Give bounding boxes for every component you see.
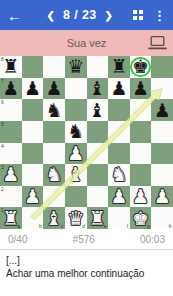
square-b5[interactable] bbox=[22, 121, 44, 143]
square-h4[interactable] bbox=[151, 143, 173, 165]
square-b7[interactable]: ♟ bbox=[22, 78, 44, 100]
square-c1[interactable]: c♝ bbox=[43, 207, 65, 229]
square-g6[interactable] bbox=[130, 99, 152, 121]
square-h2[interactable]: ♟ bbox=[151, 186, 173, 208]
square-g7[interactable]: ♟ bbox=[130, 78, 152, 100]
app-window: ← ❮ 8 / 23 ❯ ⋮ Sua vez 8♜♛♜♚7♟♟♟♝♟♟6♞♝♟5… bbox=[0, 0, 173, 296]
square-h6[interactable]: ♟ bbox=[151, 99, 173, 121]
piece-white-pawn[interactable]: ♟ bbox=[22, 186, 44, 208]
square-g3[interactable] bbox=[130, 164, 152, 186]
piece-black-rook[interactable]: ♜ bbox=[108, 56, 130, 78]
timer: 00:03 bbox=[140, 234, 165, 245]
square-b2[interactable]: ♟ bbox=[22, 186, 44, 208]
square-g1[interactable]: g♚ bbox=[130, 207, 152, 229]
piece-white-rook[interactable]: ♜ bbox=[0, 207, 22, 229]
piece-black-bishop[interactable]: ♝ bbox=[87, 99, 109, 121]
coord-rank-2: 2 bbox=[1, 186, 4, 192]
piece-white-pawn[interactable]: ♟ bbox=[108, 186, 130, 208]
square-f8[interactable]: ♜ bbox=[108, 56, 130, 78]
overflow-menu-icon[interactable]: ⋮ bbox=[153, 9, 166, 22]
coord-rank-5: 5 bbox=[1, 121, 4, 127]
square-f3[interactable]: ♞ bbox=[108, 164, 130, 186]
square-f1[interactable]: f bbox=[108, 207, 130, 229]
square-d2[interactable] bbox=[65, 186, 87, 208]
piece-white-bishop[interactable]: ♝ bbox=[65, 164, 87, 186]
turn-banner: Sua vez bbox=[0, 30, 173, 56]
piece-white-knight[interactable]: ♞ bbox=[108, 164, 130, 186]
piece-black-pawn[interactable]: ♟ bbox=[43, 78, 65, 100]
piece-white-queen[interactable]: ♛ bbox=[65, 207, 87, 229]
coord-rank-6: 6 bbox=[1, 99, 4, 105]
square-c7[interactable]: ♟ bbox=[43, 78, 65, 100]
back-button[interactable]: ← bbox=[7, 7, 27, 24]
piece-black-queen[interactable]: ♛ bbox=[65, 56, 87, 78]
coord-rank-4: 4 bbox=[1, 143, 4, 149]
piece-black-knight[interactable]: ♞ bbox=[65, 121, 87, 143]
square-e3[interactable] bbox=[87, 164, 109, 186]
square-d8[interactable]: ♛ bbox=[65, 56, 87, 78]
next-puzzle-button[interactable]: ❯ bbox=[105, 10, 113, 21]
piece-white-knight[interactable]: ♞ bbox=[43, 164, 65, 186]
puzzle-number: #576 bbox=[73, 234, 95, 245]
square-c3[interactable]: ♞ bbox=[43, 164, 65, 186]
square-f6[interactable] bbox=[108, 99, 130, 121]
coord-file-f: f bbox=[127, 223, 128, 229]
square-d5[interactable]: ♞ bbox=[65, 121, 87, 143]
square-a6[interactable]: 6 bbox=[0, 99, 22, 121]
square-c4[interactable] bbox=[43, 143, 65, 165]
prev-puzzle-button[interactable]: ❮ bbox=[47, 10, 55, 21]
square-d4[interactable]: ♟ bbox=[65, 143, 87, 165]
square-e2[interactable] bbox=[87, 186, 109, 208]
piece-white-rook[interactable]: ♜ bbox=[87, 207, 109, 229]
square-d6[interactable] bbox=[65, 99, 87, 121]
turn-text: Sua vez bbox=[67, 37, 107, 49]
piece-white-pawn[interactable]: ♟ bbox=[65, 143, 87, 165]
app-header: ← ❮ 8 / 23 ❯ ⋮ bbox=[0, 0, 173, 30]
square-f2[interactable]: ♟ bbox=[108, 186, 130, 208]
square-g8[interactable]: ♚ bbox=[130, 56, 152, 78]
square-f5[interactable] bbox=[108, 121, 130, 143]
piece-black-rook[interactable]: ♜ bbox=[0, 56, 22, 78]
square-a7[interactable]: 7♟ bbox=[0, 78, 22, 100]
square-h8[interactable] bbox=[151, 56, 173, 78]
piece-white-pawn[interactable]: ♟ bbox=[0, 164, 22, 186]
coord-file-h: h bbox=[169, 223, 172, 229]
square-f7[interactable]: ♟ bbox=[108, 78, 130, 100]
square-e1[interactable]: e♜ bbox=[87, 207, 109, 229]
square-h5[interactable] bbox=[151, 121, 173, 143]
square-b8[interactable] bbox=[22, 56, 44, 78]
square-b1[interactable]: b bbox=[22, 207, 44, 229]
piece-black-pawn[interactable]: ♟ bbox=[130, 78, 152, 100]
piece-black-pawn[interactable]: ♟ bbox=[108, 78, 130, 100]
square-d7[interactable] bbox=[65, 78, 87, 100]
square-g4[interactable] bbox=[130, 143, 152, 165]
square-e7[interactable]: ♝ bbox=[87, 78, 109, 100]
chess-board[interactable]: 8♜♛♜♚7♟♟♟♝♟♟6♞♝♟5♞4♟3♟♞♝♞2♟♟♟♟1a♜bc♝d♛e♜… bbox=[0, 56, 173, 229]
piece-black-pawn[interactable]: ♟ bbox=[0, 78, 22, 100]
piece-black-bishop[interactable]: ♝ bbox=[87, 78, 109, 100]
piece-black-king[interactable]: ♚ bbox=[130, 56, 152, 78]
square-e8[interactable] bbox=[87, 56, 109, 78]
caption-ellipsis: [...] bbox=[6, 254, 167, 267]
puzzle-caption: [...] Achar uma melhor continuação bbox=[0, 250, 173, 280]
square-a2[interactable]: 2 bbox=[0, 186, 22, 208]
square-e6[interactable]: ♝ bbox=[87, 99, 109, 121]
piece-white-king[interactable]: ♚ bbox=[130, 207, 152, 229]
header-actions: ⋮ bbox=[133, 9, 167, 22]
square-a3[interactable]: 3♟ bbox=[0, 164, 22, 186]
piece-black-knight[interactable]: ♞ bbox=[43, 99, 65, 121]
square-b3[interactable] bbox=[22, 164, 44, 186]
square-c2[interactable] bbox=[43, 186, 65, 208]
piece-black-pawn[interactable]: ♟ bbox=[22, 78, 44, 100]
square-a5[interactable]: 5 bbox=[0, 121, 22, 143]
puzzle-status-bar: 0/40 #576 00:03 bbox=[0, 229, 173, 249]
square-h1[interactable]: h bbox=[151, 207, 173, 229]
square-c8[interactable] bbox=[43, 56, 65, 78]
square-d3[interactable]: ♝ bbox=[65, 164, 87, 186]
square-c6[interactable]: ♞ bbox=[43, 99, 65, 121]
piece-black-pawn[interactable]: ♟ bbox=[151, 99, 173, 121]
grid-view-icon[interactable] bbox=[133, 10, 144, 21]
piece-white-bishop[interactable]: ♝ bbox=[43, 207, 65, 229]
score-text: 0/40 bbox=[8, 234, 27, 245]
caption-task: Achar uma melhor continuação bbox=[6, 267, 167, 280]
square-a8[interactable]: 8♜ bbox=[0, 56, 22, 78]
computer-icon[interactable] bbox=[147, 35, 168, 51]
coord-file-b: b bbox=[39, 223, 42, 229]
square-f4[interactable] bbox=[108, 143, 130, 165]
square-g5[interactable] bbox=[130, 121, 152, 143]
square-d1[interactable]: d♛ bbox=[65, 207, 87, 229]
puzzle-counter: 8 / 23 bbox=[63, 8, 97, 22]
square-b6[interactable] bbox=[22, 99, 44, 121]
puzzle-navigation: ❮ 8 / 23 ❯ bbox=[29, 8, 131, 22]
square-a4[interactable]: 4 bbox=[0, 143, 22, 165]
square-h7[interactable] bbox=[151, 78, 173, 100]
square-a1[interactable]: 1a♜ bbox=[0, 207, 22, 229]
square-b4[interactable] bbox=[22, 143, 44, 165]
square-e5[interactable] bbox=[87, 121, 109, 143]
square-g2[interactable]: ♟ bbox=[130, 186, 152, 208]
square-c5[interactable] bbox=[43, 121, 65, 143]
square-e4[interactable] bbox=[87, 143, 109, 165]
piece-white-pawn[interactable]: ♟ bbox=[130, 186, 152, 208]
piece-white-pawn[interactable]: ♟ bbox=[151, 186, 173, 208]
square-h3[interactable] bbox=[151, 164, 173, 186]
